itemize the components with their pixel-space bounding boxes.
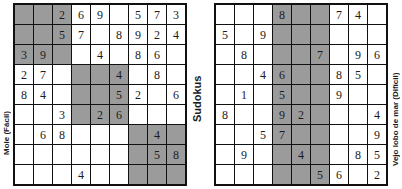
sudoku-cell-r5c6 — [311, 85, 329, 104]
sudoku-cell-r3c5 — [292, 45, 310, 64]
sudoku-cell-r4c8: 5 — [349, 65, 367, 84]
sudoku-cell-r2c6 — [311, 25, 329, 44]
sudoku-cell-r6c8 — [349, 105, 367, 124]
sudoku-cell-r1c6 — [311, 5, 329, 24]
sudoku-cell-r7c2: 6 — [34, 125, 52, 144]
sudoku-cell-r5c3 — [53, 85, 71, 104]
sudoku-cell-r4c2: 7 — [34, 65, 52, 84]
sudoku-cell-r7c6 — [311, 125, 329, 144]
sudoku-cell-r2c1 — [15, 25, 33, 44]
sudoku-cell-r7c9: 9 — [368, 125, 386, 144]
sudoku-cell-r4c3: 4 — [254, 65, 272, 84]
sudoku-cell-r2c2 — [235, 25, 253, 44]
sudoku-cell-r8c5 — [91, 145, 109, 164]
sudoku-cell-r5c4: 5 — [273, 85, 291, 104]
sudoku-cell-r1c8: 4 — [349, 5, 367, 24]
sudoku-cell-r7c3: 8 — [53, 125, 71, 144]
sudoku-cell-r5c5 — [292, 85, 310, 104]
left-puzzle-difficulty-label: Mole (Fácil) — [0, 98, 12, 168]
sudoku-cell-r4c9 — [368, 65, 386, 84]
sudoku-cell-r4c6 — [311, 65, 329, 84]
sudoku-cell-r9c2 — [34, 165, 52, 184]
sudoku-cell-r3c1 — [216, 45, 234, 64]
sudoku-cell-r8c1 — [15, 145, 33, 164]
sudoku-cell-r6c6: 6 — [110, 105, 128, 124]
sudoku-cell-r2c9: 4 — [167, 25, 185, 44]
sudoku-cell-r4c1: 2 — [15, 65, 33, 84]
sudoku-cell-r1c4: 8 — [273, 5, 291, 24]
sudoku-cell-r5c3 — [254, 85, 272, 104]
sudoku-cell-r8c8: 8 — [349, 145, 367, 164]
sudoku-cell-r6c9: 4 — [368, 105, 386, 124]
sudoku-cell-r3c3 — [53, 45, 71, 64]
sudoku-cell-r9c6 — [110, 165, 128, 184]
sudoku-cell-r1c5 — [292, 5, 310, 24]
sudoku-cell-r4c2 — [235, 65, 253, 84]
page-title: Sudokus — [189, 60, 205, 138]
sudoku-cell-r4c5 — [91, 65, 109, 84]
sudoku-cell-r5c1: 8 — [15, 85, 33, 104]
sudoku-cell-r9c3 — [53, 165, 71, 184]
sudoku-cell-r4c4: 6 — [273, 65, 291, 84]
sudoku-cell-r8c2 — [34, 145, 52, 164]
sudoku-cell-r7c6 — [110, 125, 128, 144]
sudoku-cell-r4c7: 8 — [330, 65, 348, 84]
sudoku-cell-r1c9 — [368, 5, 386, 24]
sudoku-cell-r1c7: 7 — [330, 5, 348, 24]
sudoku-worksheet: Mole (Fácil) 269573578924394862748845263… — [0, 0, 402, 189]
sudoku-cell-r5c9 — [368, 85, 386, 104]
sudoku-cell-r4c1 — [216, 65, 234, 84]
sudoku-cell-r1c5: 9 — [91, 5, 109, 24]
sudoku-cell-r6c5: 2 — [91, 105, 109, 124]
sudoku-cell-r3c2: 8 — [235, 45, 253, 64]
sudoku-cell-r5c2: 4 — [34, 85, 52, 104]
sudoku-cell-r3c8: 9 — [349, 45, 367, 64]
sudoku-cell-r9c3 — [254, 165, 272, 184]
sudoku-cell-r8c1 — [216, 145, 234, 164]
sudoku-cell-r2c6: 8 — [110, 25, 128, 44]
sudoku-cell-r2c4 — [273, 25, 291, 44]
sudoku-cell-r5c9: 6 — [167, 85, 185, 104]
sudoku-cell-r3c7 — [330, 45, 348, 64]
sudoku-cell-r5c4 — [72, 85, 90, 104]
sudoku-cell-r3c4 — [72, 45, 90, 64]
sudoku-cell-r6c1 — [15, 105, 33, 124]
sudoku-cell-r7c8: 4 — [148, 125, 166, 144]
sudoku-cell-r8c4 — [273, 145, 291, 164]
sudoku-cell-r9c7 — [129, 165, 147, 184]
sudoku-cell-r7c1 — [15, 125, 33, 144]
sudoku-cell-r1c3 — [254, 5, 272, 24]
sudoku-cell-r6c2 — [235, 105, 253, 124]
sudoku-cell-r2c8: 2 — [148, 25, 166, 44]
sudoku-cell-r3c3 — [254, 45, 272, 64]
sudoku-cell-r4c7 — [129, 65, 147, 84]
sudoku-cell-r6c7 — [129, 105, 147, 124]
sudoku-cell-r4c3 — [53, 65, 71, 84]
sudoku-cell-r2c2 — [34, 25, 52, 44]
sudoku-cell-r8c8: 5 — [148, 145, 166, 164]
sudoku-cell-r9c9 — [167, 165, 185, 184]
sudoku-cell-r6c4: 9 — [273, 105, 291, 124]
sudoku-cell-r6c4 — [72, 105, 90, 124]
sudoku-cell-r8c7 — [129, 145, 147, 164]
sudoku-cell-r6c9 — [167, 105, 185, 124]
sudoku-cell-r8c2: 9 — [235, 145, 253, 164]
sudoku-cell-r4c6: 4 — [110, 65, 128, 84]
sudoku-cell-r9c8 — [349, 165, 367, 184]
sudoku-cell-r7c4 — [72, 125, 90, 144]
sudoku-cell-r5c2: 1 — [235, 85, 253, 104]
sudoku-cell-r8c9: 5 — [368, 145, 386, 164]
sudoku-cell-r9c5 — [91, 165, 109, 184]
sudoku-cell-r7c7 — [129, 125, 147, 144]
sudoku-cell-r9c2 — [235, 165, 253, 184]
sudoku-cell-r7c3: 5 — [254, 125, 272, 144]
sudoku-cell-r1c7: 5 — [129, 5, 147, 24]
sudoku-cell-r1c4: 6 — [72, 5, 90, 24]
sudoku-cell-r6c7 — [330, 105, 348, 124]
sudoku-cell-r3c1: 3 — [15, 45, 33, 64]
sudoku-cell-r5c7: 9 — [330, 85, 348, 104]
sudoku-cell-r1c9: 3 — [167, 5, 185, 24]
sudoku-cell-r3c9: 6 — [368, 45, 386, 64]
sudoku-cell-r7c4: 7 — [273, 125, 291, 144]
sudoku-cell-r2c8 — [349, 25, 367, 44]
sudoku-cell-r7c1 — [216, 125, 234, 144]
sudoku-cell-r3c7: 8 — [129, 45, 147, 64]
sudoku-cell-r3c9 — [167, 45, 185, 64]
sudoku-cell-r9c4: 4 — [72, 165, 90, 184]
sudoku-cell-r6c2 — [34, 105, 52, 124]
sudoku-cell-r5c5 — [91, 85, 109, 104]
sudoku-cell-r5c6: 5 — [110, 85, 128, 104]
sudoku-cell-r5c1 — [216, 85, 234, 104]
sudoku-cell-r4c9 — [167, 65, 185, 84]
sudoku-cell-r9c5 — [292, 165, 310, 184]
sudoku-cell-r2c7 — [330, 25, 348, 44]
sudoku-cell-r3c5: 4 — [91, 45, 109, 64]
right-puzzle-difficulty-label: Vejo lobo de mar (Difícil) — [389, 50, 401, 188]
sudoku-cell-r2c4: 7 — [72, 25, 90, 44]
sudoku-cell-r9c9: 2 — [368, 165, 386, 184]
sudoku-cell-r8c3 — [53, 145, 71, 164]
sudoku-board-easy: 26957357892439486274884526326684584 — [13, 3, 187, 186]
sudoku-cell-r9c4 — [273, 165, 291, 184]
sudoku-cell-r2c7: 9 — [129, 25, 147, 44]
sudoku-cell-r2c3: 5 — [53, 25, 71, 44]
sudoku-cell-r2c3: 9 — [254, 25, 272, 44]
sudoku-cell-r1c8: 7 — [148, 5, 166, 24]
sudoku-cell-r6c3 — [254, 105, 272, 124]
sudoku-cell-r3c8: 6 — [148, 45, 166, 64]
sudoku-cell-r7c5 — [91, 125, 109, 144]
sudoku-cell-r3c6: 7 — [311, 45, 329, 64]
sudoku-cell-r8c6 — [311, 145, 329, 164]
sudoku-cell-r9c6: 5 — [311, 165, 329, 184]
sudoku-cell-r3c4 — [273, 45, 291, 64]
sudoku-cell-r7c2 — [235, 125, 253, 144]
sudoku-cell-r5c8 — [349, 85, 367, 104]
sudoku-cell-r6c8 — [148, 105, 166, 124]
sudoku-board-hard: 874598796468515989245799485562 — [214, 3, 388, 186]
sudoku-cell-r4c8: 8 — [148, 65, 166, 84]
sudoku-cell-r1c1 — [15, 5, 33, 24]
sudoku-cell-r7c8 — [349, 125, 367, 144]
sudoku-cell-r8c9: 8 — [167, 145, 185, 164]
sudoku-cell-r1c1 — [216, 5, 234, 24]
sudoku-cell-r5c7: 2 — [129, 85, 147, 104]
sudoku-cell-r3c2: 9 — [34, 45, 52, 64]
sudoku-cell-r6c6 — [311, 105, 329, 124]
sudoku-cell-r8c3 — [254, 145, 272, 164]
sudoku-cell-r2c5 — [91, 25, 109, 44]
sudoku-cell-r9c1 — [216, 165, 234, 184]
sudoku-cell-r6c5: 2 — [292, 105, 310, 124]
sudoku-cell-r4c4 — [72, 65, 90, 84]
sudoku-cell-r1c2 — [34, 5, 52, 24]
sudoku-cell-r1c3: 2 — [53, 5, 71, 24]
sudoku-cell-r6c3: 3 — [53, 105, 71, 124]
sudoku-cell-r3c6 — [110, 45, 128, 64]
sudoku-cell-r8c6 — [110, 145, 128, 164]
sudoku-cell-r8c4 — [72, 145, 90, 164]
sudoku-cell-r4c5 — [292, 65, 310, 84]
sudoku-cell-r2c5 — [292, 25, 310, 44]
sudoku-cell-r8c5: 4 — [292, 145, 310, 164]
sudoku-cell-r5c8 — [148, 85, 166, 104]
sudoku-cell-r6c1: 8 — [216, 105, 234, 124]
sudoku-cell-r1c2 — [235, 5, 253, 24]
sudoku-cell-r1c6 — [110, 5, 128, 24]
sudoku-cell-r8c7 — [330, 145, 348, 164]
sudoku-cell-r7c5 — [292, 125, 310, 144]
sudoku-cell-r2c9 — [368, 25, 386, 44]
sudoku-cell-r9c8 — [148, 165, 166, 184]
sudoku-cell-r9c7: 6 — [330, 165, 348, 184]
sudoku-cell-r9c1 — [15, 165, 33, 184]
sudoku-cell-r2c1: 5 — [216, 25, 234, 44]
sudoku-cell-r7c7 — [330, 125, 348, 144]
sudoku-cell-r7c9 — [167, 125, 185, 144]
